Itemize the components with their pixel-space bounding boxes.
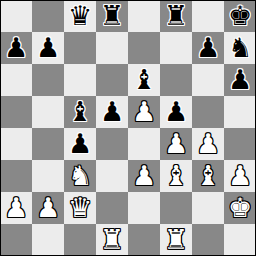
black-bishop: ♝ (68, 96, 92, 128)
chess-board: ♛♜♜♚♟♟♟♞♝♟♝♟♟♟♟♟♟♞♟♝♝♟♟♟♛♚♜♜ (0, 0, 256, 256)
square-h1[interactable] (224, 224, 256, 256)
square-d6[interactable] (96, 64, 128, 96)
square-d1[interactable]: ♜ (96, 224, 128, 256)
square-a6[interactable] (0, 64, 32, 96)
square-h2[interactable]: ♚ (224, 192, 256, 224)
square-d4[interactable] (96, 128, 128, 160)
black-pawn: ♟ (100, 96, 124, 128)
black-pawn: ♟ (68, 128, 92, 160)
black-pawn: ♟ (36, 32, 60, 64)
square-g7[interactable]: ♟ (192, 32, 224, 64)
square-c3[interactable]: ♞ (64, 160, 96, 192)
square-f1[interactable]: ♜ (160, 224, 192, 256)
square-c8[interactable]: ♛ (64, 0, 96, 32)
square-a3[interactable] (0, 160, 32, 192)
square-h3[interactable]: ♟ (224, 160, 256, 192)
square-b2[interactable]: ♟ (32, 192, 64, 224)
square-a1[interactable] (0, 224, 32, 256)
square-b1[interactable] (32, 224, 64, 256)
square-e5[interactable]: ♟ (128, 96, 160, 128)
square-g3[interactable]: ♝ (192, 160, 224, 192)
white-rook: ♜ (100, 224, 124, 256)
white-knight: ♞ (68, 160, 92, 192)
square-f4[interactable]: ♟ (160, 128, 192, 160)
square-c7[interactable] (64, 32, 96, 64)
black-rook: ♜ (100, 0, 124, 32)
square-b4[interactable] (32, 128, 64, 160)
square-d8[interactable]: ♜ (96, 0, 128, 32)
square-h6[interactable]: ♟ (224, 64, 256, 96)
square-h4[interactable] (224, 128, 256, 160)
square-c2[interactable]: ♛ (64, 192, 96, 224)
square-a4[interactable] (0, 128, 32, 160)
square-e6[interactable]: ♝ (128, 64, 160, 96)
square-d7[interactable] (96, 32, 128, 64)
square-g5[interactable] (192, 96, 224, 128)
white-king: ♚ (228, 192, 252, 224)
square-b8[interactable] (32, 0, 64, 32)
square-a7[interactable]: ♟ (0, 32, 32, 64)
white-queen: ♛ (68, 192, 92, 224)
square-a5[interactable] (0, 96, 32, 128)
square-f7[interactable] (160, 32, 192, 64)
square-a8[interactable] (0, 0, 32, 32)
square-f8[interactable]: ♜ (160, 0, 192, 32)
square-c6[interactable] (64, 64, 96, 96)
square-e7[interactable] (128, 32, 160, 64)
square-d2[interactable] (96, 192, 128, 224)
square-b5[interactable] (32, 96, 64, 128)
black-knight: ♞ (228, 32, 252, 64)
black-pawn: ♟ (4, 32, 28, 64)
square-b3[interactable] (32, 160, 64, 192)
square-g8[interactable] (192, 0, 224, 32)
square-f5[interactable]: ♟ (160, 96, 192, 128)
white-bishop: ♝ (196, 160, 220, 192)
white-pawn: ♟ (36, 192, 60, 224)
black-pawn: ♟ (196, 32, 220, 64)
white-pawn: ♟ (228, 160, 252, 192)
white-pawn: ♟ (132, 160, 156, 192)
square-c4[interactable]: ♟ (64, 128, 96, 160)
square-h8[interactable]: ♚ (224, 0, 256, 32)
black-pawn: ♟ (228, 64, 252, 96)
board-grid: ♛♜♜♚♟♟♟♞♝♟♝♟♟♟♟♟♟♞♟♝♝♟♟♟♛♚♜♜ (0, 0, 256, 256)
square-g1[interactable] (192, 224, 224, 256)
square-e1[interactable] (128, 224, 160, 256)
square-e2[interactable] (128, 192, 160, 224)
square-e3[interactable]: ♟ (128, 160, 160, 192)
square-d5[interactable]: ♟ (96, 96, 128, 128)
black-king: ♚ (228, 0, 252, 32)
white-pawn: ♟ (4, 192, 28, 224)
white-pawn: ♟ (164, 128, 188, 160)
square-f2[interactable] (160, 192, 192, 224)
square-d3[interactable] (96, 160, 128, 192)
square-f6[interactable] (160, 64, 192, 96)
square-e8[interactable] (128, 0, 160, 32)
square-h7[interactable]: ♞ (224, 32, 256, 64)
white-pawn: ♟ (196, 128, 220, 160)
black-rook: ♜ (164, 0, 188, 32)
square-a2[interactable]: ♟ (0, 192, 32, 224)
square-b7[interactable]: ♟ (32, 32, 64, 64)
white-pawn: ♟ (132, 96, 156, 128)
square-c1[interactable] (64, 224, 96, 256)
square-b6[interactable] (32, 64, 64, 96)
square-c5[interactable]: ♝ (64, 96, 96, 128)
black-bishop: ♝ (132, 64, 156, 96)
square-h5[interactable] (224, 96, 256, 128)
square-e4[interactable] (128, 128, 160, 160)
white-rook: ♜ (164, 224, 188, 256)
square-g4[interactable]: ♟ (192, 128, 224, 160)
square-f3[interactable]: ♝ (160, 160, 192, 192)
black-pawn: ♟ (164, 96, 188, 128)
white-bishop: ♝ (164, 160, 188, 192)
square-g6[interactable] (192, 64, 224, 96)
square-g2[interactable] (192, 192, 224, 224)
black-queen: ♛ (68, 0, 92, 32)
